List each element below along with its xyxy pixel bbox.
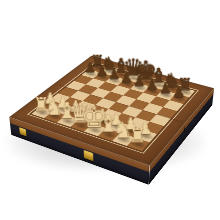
black-pawn-e7[interactable]: ♟ xyxy=(133,74,146,88)
brass-clasp-center xyxy=(84,150,94,161)
black-pawn-h7[interactable]: ♟ xyxy=(172,85,185,100)
product-photo-stage: ♜♞♝♛♚♝♞♜♟♟♟♟♟♟♟♟♟♟♟♟♟♟♟♟♜♞♝♛♚♝♞♜ xyxy=(0,0,220,220)
box-side-seam xyxy=(183,123,185,142)
brass-clasp-left xyxy=(19,127,26,136)
photo-scene: ♜♞♝♛♚♝♞♜♟♟♟♟♟♟♟♟♟♟♟♟♟♟♟♟♜♞♝♛♚♝♞♜ xyxy=(0,0,220,220)
folding-chess-box: ♜♞♝♛♚♝♞♜♟♟♟♟♟♟♟♟♟♟♟♟♟♟♟♟♜♞♝♛♚♝♞♜ xyxy=(9,56,214,166)
black-pawn-d7[interactable]: ♟ xyxy=(120,71,133,85)
black-pawn-b7[interactable]: ♟ xyxy=(96,64,109,78)
black-pawn-a7[interactable]: ♟ xyxy=(84,61,96,75)
black-pawn-f7[interactable]: ♟ xyxy=(145,78,158,93)
black-pawn-g7[interactable]: ♟ xyxy=(159,81,172,96)
black-pawn-c7[interactable]: ♟ xyxy=(108,67,121,81)
white-rook-h1[interactable]: ♜ xyxy=(128,125,146,145)
